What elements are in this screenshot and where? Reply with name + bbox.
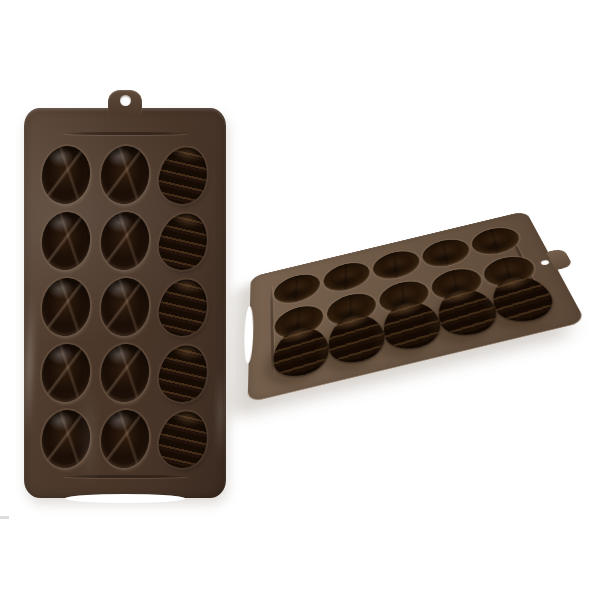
egg-cavity-smooth bbox=[38, 407, 94, 472]
crease-line bbox=[62, 475, 188, 478]
egg-cavity-ribbed bbox=[154, 339, 214, 406]
egg-cavity-smooth bbox=[97, 275, 153, 340]
egg-cavity-smooth bbox=[466, 223, 525, 259]
egg-cavity-smooth bbox=[97, 407, 153, 472]
scalloped-edge-notch bbox=[243, 305, 253, 365]
egg-cavity-smooth bbox=[97, 209, 153, 274]
hang-tab bbox=[546, 248, 573, 270]
product-photo-canvas bbox=[0, 0, 600, 600]
egg-cavity-smooth bbox=[38, 341, 94, 406]
front-view-mold bbox=[24, 108, 226, 498]
cavity-grid bbox=[37, 142, 213, 472]
egg-cavity-smooth bbox=[38, 275, 94, 340]
hang-hole bbox=[120, 95, 131, 106]
egg-cavity-smooth bbox=[38, 209, 94, 274]
egg-cavity-smooth bbox=[97, 341, 153, 406]
scalloped-edge-notch bbox=[65, 494, 185, 503]
egg-cavity-ribbed bbox=[154, 207, 214, 274]
hang-hole bbox=[540, 259, 550, 265]
egg-cavity-smooth bbox=[418, 235, 475, 271]
egg-cavity-smooth bbox=[321, 258, 374, 295]
egg-cavity-ribbed bbox=[154, 273, 214, 340]
perspective-view-mold bbox=[248, 211, 586, 403]
egg-cavity-smooth bbox=[38, 143, 94, 208]
egg-cavity-smooth bbox=[97, 143, 153, 208]
egg-cavity-ribbed bbox=[154, 141, 214, 208]
egg-cavity-smooth bbox=[272, 270, 323, 308]
hang-tab bbox=[108, 90, 142, 114]
cavity-grid bbox=[272, 222, 555, 385]
gloss-highlight bbox=[19, 258, 38, 473]
crease-line bbox=[62, 132, 188, 135]
egg-cavity-ribbed bbox=[154, 405, 214, 472]
gloss-highlight bbox=[216, 346, 225, 486]
egg-cavity-smooth bbox=[369, 247, 424, 284]
photo-edge-artifact bbox=[0, 516, 9, 519]
